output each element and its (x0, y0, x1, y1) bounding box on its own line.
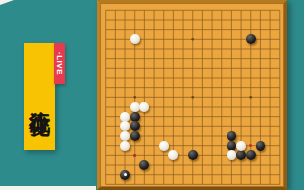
star-point (191, 96, 194, 99)
live-badge-label: ·LIVE (55, 52, 64, 75)
black-stone (256, 141, 266, 151)
white-stone (130, 34, 140, 44)
black-stone (188, 150, 198, 160)
black-stone (130, 121, 140, 131)
white-stone (159, 141, 169, 151)
black-stone (130, 112, 140, 122)
white-stone (120, 141, 130, 151)
go-board (97, 0, 287, 190)
video-frame: 流行变化 ·LIVE (0, 0, 304, 190)
star-point (249, 96, 252, 99)
live-badge: ·LIVE (54, 43, 65, 84)
black-stone (120, 170, 130, 180)
board-grid (100, 3, 290, 190)
black-stone (130, 131, 140, 141)
black-stone (246, 150, 256, 160)
black-stone (227, 131, 237, 141)
black-stone (227, 141, 237, 151)
star-point (191, 38, 194, 41)
corner-artifact-bottom (0, 186, 96, 190)
white-stone (130, 102, 140, 112)
white-stone (120, 112, 130, 122)
black-stone (246, 34, 256, 44)
white-stone (120, 131, 130, 141)
banner-title: 流行变化 (24, 43, 55, 150)
star-point (133, 96, 136, 99)
corner-artifact-top (0, 0, 14, 5)
white-stone (236, 141, 246, 151)
last-move-marker (124, 173, 127, 176)
